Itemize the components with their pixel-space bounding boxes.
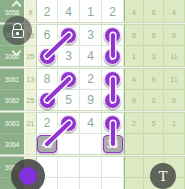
- row-3064: 30644938: [0, 134, 185, 154]
- miss-cell: 4: [124, 69, 144, 89]
- row-3063: 3063212748251: [0, 113, 185, 133]
- digit-cell: 6: [36, 25, 58, 45]
- digit-cell: [58, 157, 80, 177]
- draw-id-cell: 3063: [0, 113, 24, 133]
- miss-cell: 11: [164, 69, 185, 89]
- digit-cell: 3: [80, 25, 102, 45]
- miss-cell: 9: [144, 69, 164, 89]
- circled-digit: 0: [104, 71, 121, 88]
- miss-cell: 8: [144, 25, 164, 45]
- digit-cell: [102, 178, 124, 189]
- digit-cell: [58, 178, 80, 189]
- lock-body-icon: [12, 29, 24, 38]
- circled-digit: 3: [60, 71, 77, 88]
- digit-cell: 0: [102, 69, 124, 89]
- miss-cell: 0: [164, 25, 185, 45]
- scroll-lock-control[interactable]: [0, 0, 35, 60]
- digit-cell: 9: [102, 46, 124, 66]
- miss-cell: 8: [124, 25, 144, 45]
- digit-cell: 3: [58, 69, 80, 89]
- miss-cell: 3: [144, 46, 164, 66]
- digit-cell: 4: [36, 90, 58, 110]
- row-3062: 3062254597900: [0, 90, 185, 110]
- digit-cell: 5: [58, 90, 80, 110]
- miss-cell: 1: [164, 113, 185, 133]
- t-label: T: [159, 169, 168, 184]
- draw-id-cell: 3062: [0, 90, 24, 110]
- draw-tool-button[interactable]: [11, 159, 45, 189]
- circled-digit: 4: [39, 92, 56, 109]
- miss-cell: 8: [144, 2, 164, 22]
- row-3061: 30611383204911: [0, 69, 185, 89]
- lock-button[interactable]: [3, 16, 32, 45]
- miss-cell: 9: [124, 90, 144, 110]
- miss-cell: 5: [144, 113, 164, 133]
- digit-cell: [80, 134, 102, 154]
- digit-cell: 3: [58, 46, 80, 66]
- digit-cell: 4: [58, 2, 80, 22]
- digit-cell: 7: [58, 113, 80, 133]
- digit-cell: 8: [102, 113, 124, 133]
- circled-digit: 9: [104, 48, 121, 65]
- circled-digit: 9: [39, 48, 56, 65]
- digit-cell: 4: [80, 113, 102, 133]
- digit-cell: [80, 157, 102, 177]
- circled-digit: 7: [60, 115, 77, 132]
- digit-cell: 8: [36, 69, 58, 89]
- miss-cell: 4: [164, 2, 185, 22]
- circled-digit: 7: [104, 92, 121, 109]
- pending-box: 38: [103, 135, 123, 153]
- circled-digit: 8: [104, 115, 121, 132]
- chevron-up-icon[interactable]: [12, 1, 22, 11]
- miss-cell: [144, 134, 164, 154]
- digit-cell: 2: [58, 25, 80, 45]
- draw-id-cell: 3064: [0, 134, 24, 154]
- miss-cell: 0: [164, 90, 185, 110]
- circled-digit: 2: [60, 27, 77, 44]
- miss-cell: [124, 157, 144, 177]
- miss-cell: 4: [124, 2, 144, 22]
- digit-cell: 2: [80, 69, 102, 89]
- draw-id-cell: 3061: [0, 69, 24, 89]
- miss-cell: [124, 134, 144, 154]
- digit-cell: 38: [102, 134, 124, 154]
- digit-cell: 2: [102, 2, 124, 22]
- purple-dot-icon: [19, 167, 37, 185]
- digit-cell: 9: [80, 90, 102, 110]
- digit-cell: 4: [80, 46, 102, 66]
- sum-cell: [24, 134, 36, 154]
- digit-cell: 2: [36, 113, 58, 133]
- digit-cell: 7: [102, 90, 124, 110]
- digit-cell: [58, 134, 80, 154]
- miss-cell: [164, 134, 185, 154]
- lottery-trend-chart-screen: 3058924124843059136232880306025934913113…: [0, 0, 185, 189]
- text-tool-button[interactable]: T: [150, 163, 176, 189]
- miss-cell: 0: [144, 90, 164, 110]
- miss-cell: 11: [164, 46, 185, 66]
- digit-cell: 2: [102, 25, 124, 45]
- digit-cell: [80, 178, 102, 189]
- digit-cell: 2: [36, 2, 58, 22]
- digit-cell: 1: [80, 2, 102, 22]
- miss-cell: 1: [124, 46, 144, 66]
- digit-cell: [102, 157, 124, 177]
- sum-cell: 13: [24, 69, 36, 89]
- sum-cell: 21: [24, 113, 36, 133]
- miss-cell: 2: [124, 113, 144, 133]
- miss-cell: [124, 178, 144, 189]
- digit-cell: 9: [36, 46, 58, 66]
- digit-cell: 49: [36, 134, 58, 154]
- circled-digit: 2: [104, 27, 121, 44]
- pending-box: 49: [37, 135, 57, 153]
- sum-cell: 25: [24, 90, 36, 110]
- chevron-down-icon[interactable]: [12, 47, 22, 57]
